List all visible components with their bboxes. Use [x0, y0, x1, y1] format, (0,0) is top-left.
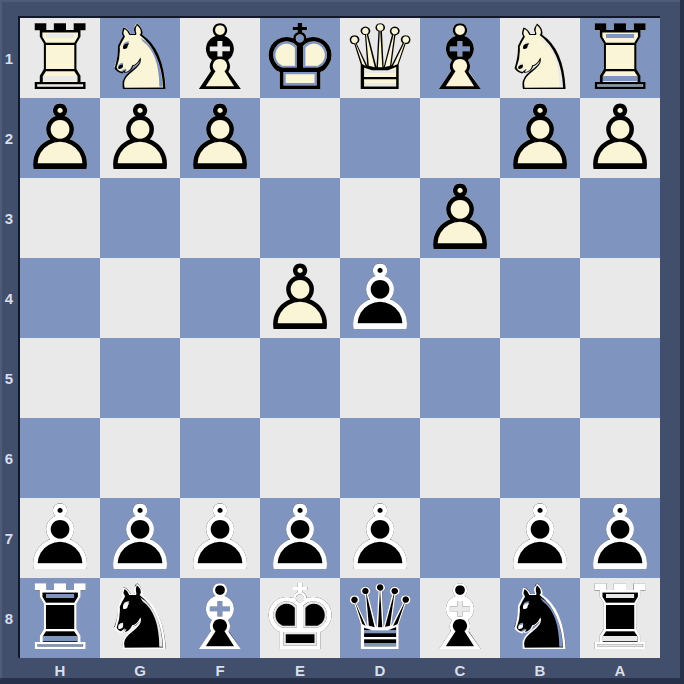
- piece-outline-glyph: ♙: [100, 98, 180, 178]
- file-label-c: C: [420, 656, 500, 682]
- square-d2[interactable]: [340, 98, 420, 178]
- rank-label-2: 2: [0, 98, 18, 178]
- square-a2[interactable]: ♟♙: [580, 98, 660, 178]
- white-pawn-piece: ♟♙: [20, 98, 100, 178]
- piece-outline-glyph: ♗: [420, 578, 500, 658]
- square-c3[interactable]: ♟♙: [420, 178, 500, 258]
- square-d1[interactable]: ♛♕: [340, 18, 420, 98]
- square-a5[interactable]: [580, 338, 660, 418]
- piece-outline-glyph: ♗: [420, 18, 500, 98]
- white-pawn-piece: ♟♙: [260, 258, 340, 338]
- square-c1[interactable]: ♝♗: [420, 18, 500, 98]
- file-label-f: F: [180, 656, 260, 682]
- square-f2[interactable]: ♟♙: [180, 98, 260, 178]
- square-b3[interactable]: [500, 178, 580, 258]
- piece-outline-glyph: ♕: [340, 18, 420, 98]
- square-c6[interactable]: [420, 418, 500, 498]
- black-knight-piece: ♞♘: [100, 578, 180, 658]
- square-g4[interactable]: [100, 258, 180, 338]
- piece-outline-glyph: ♘: [500, 578, 580, 658]
- black-bishop-piece: ♝♗: [420, 578, 500, 658]
- white-queen-piece: ♛♕: [340, 18, 420, 98]
- square-e1[interactable]: ♚♔: [260, 18, 340, 98]
- square-e8[interactable]: ♚♔: [260, 578, 340, 658]
- square-c4[interactable]: [420, 258, 500, 338]
- square-e5[interactable]: [260, 338, 340, 418]
- white-pawn-piece: ♟♙: [420, 178, 500, 258]
- rank-label-5: 5: [0, 338, 18, 418]
- square-f3[interactable]: [180, 178, 260, 258]
- file-label-h: H: [20, 656, 100, 682]
- piece-outline-glyph: ♖: [580, 578, 660, 658]
- white-pawn-piece: ♟♙: [580, 98, 660, 178]
- square-b5[interactable]: [500, 338, 580, 418]
- piece-outline-glyph: ♔: [260, 18, 340, 98]
- black-bishop-piece: ♝♗: [180, 578, 260, 658]
- square-f5[interactable]: [180, 338, 260, 418]
- square-g2[interactable]: ♟♙: [100, 98, 180, 178]
- rank-label-1: 1: [0, 18, 18, 98]
- square-f8[interactable]: ♝♗: [180, 578, 260, 658]
- square-h4[interactable]: [20, 258, 100, 338]
- white-king-piece: ♚♔: [260, 18, 340, 98]
- black-pawn-piece: ♟♙: [340, 258, 420, 338]
- rank-label-3: 3: [0, 178, 18, 258]
- file-label-e: E: [260, 656, 340, 682]
- chess-app: 12345678 ♜♖♞♘♝♗♚♔♛♕♝♗♞♘♜♖♟♙♟♙♟♙♟♙♟♙♟♙♟♙♟…: [0, 0, 684, 684]
- piece-outline-glyph: ♙: [340, 258, 420, 338]
- rank-label-4: 4: [0, 258, 18, 338]
- square-h5[interactable]: [20, 338, 100, 418]
- piece-outline-glyph: ♘: [100, 578, 180, 658]
- square-b8[interactable]: ♞♘: [500, 578, 580, 658]
- square-h2[interactable]: ♟♙: [20, 98, 100, 178]
- square-f4[interactable]: [180, 258, 260, 338]
- square-d4[interactable]: ♟♙: [340, 258, 420, 338]
- black-queen-piece: ♛♕: [340, 578, 420, 658]
- piece-outline-glyph: ♙: [180, 98, 260, 178]
- file-label-g: G: [100, 656, 180, 682]
- square-a8[interactable]: ♜♖: [580, 578, 660, 658]
- black-rook-piece: ♜♖: [20, 578, 100, 658]
- square-d5[interactable]: [340, 338, 420, 418]
- black-king-piece: ♚♔: [260, 578, 340, 658]
- black-rook-piece: ♜♖: [580, 578, 660, 658]
- white-pawn-piece: ♟♙: [500, 98, 580, 178]
- piece-outline-glyph: ♙: [420, 178, 500, 258]
- white-pawn-piece: ♟♙: [100, 98, 180, 178]
- square-a4[interactable]: [580, 258, 660, 338]
- square-d8[interactable]: ♛♕: [340, 578, 420, 658]
- chess-board: ♜♖♞♘♝♗♚♔♛♕♝♗♞♘♜♖♟♙♟♙♟♙♟♙♟♙♟♙♟♙♟♙♟♙♟♙♟♙♟♙…: [18, 16, 660, 658]
- square-c8[interactable]: ♝♗: [420, 578, 500, 658]
- square-h8[interactable]: ♜♖: [20, 578, 100, 658]
- piece-outline-glyph: ♙: [580, 98, 660, 178]
- rank-labels: 12345678: [0, 18, 18, 658]
- piece-outline-glyph: ♙: [260, 258, 340, 338]
- piece-outline-glyph: ♖: [20, 578, 100, 658]
- square-e2[interactable]: [260, 98, 340, 178]
- piece-outline-glyph: ♙: [20, 98, 100, 178]
- rank-label-7: 7: [0, 498, 18, 578]
- piece-outline-glyph: ♙: [500, 98, 580, 178]
- file-label-a: A: [580, 656, 660, 682]
- square-g8[interactable]: ♞♘: [100, 578, 180, 658]
- file-label-b: B: [500, 656, 580, 682]
- square-h3[interactable]: [20, 178, 100, 258]
- piece-outline-glyph: ♕: [340, 578, 420, 658]
- square-e4[interactable]: ♟♙: [260, 258, 340, 338]
- piece-outline-glyph: ♗: [180, 578, 260, 658]
- square-b4[interactable]: [500, 258, 580, 338]
- file-label-d: D: [340, 656, 420, 682]
- white-pawn-piece: ♟♙: [180, 98, 260, 178]
- file-labels: HGFEDCBA: [20, 656, 660, 682]
- square-b2[interactable]: ♟♙: [500, 98, 580, 178]
- square-g3[interactable]: [100, 178, 180, 258]
- rank-label-8: 8: [0, 578, 18, 658]
- piece-outline-glyph: ♔: [260, 578, 340, 658]
- square-c5[interactable]: [420, 338, 500, 418]
- black-knight-piece: ♞♘: [500, 578, 580, 658]
- square-a3[interactable]: [580, 178, 660, 258]
- rank-label-6: 6: [0, 418, 18, 498]
- white-bishop-piece: ♝♗: [420, 18, 500, 98]
- square-g5[interactable]: [100, 338, 180, 418]
